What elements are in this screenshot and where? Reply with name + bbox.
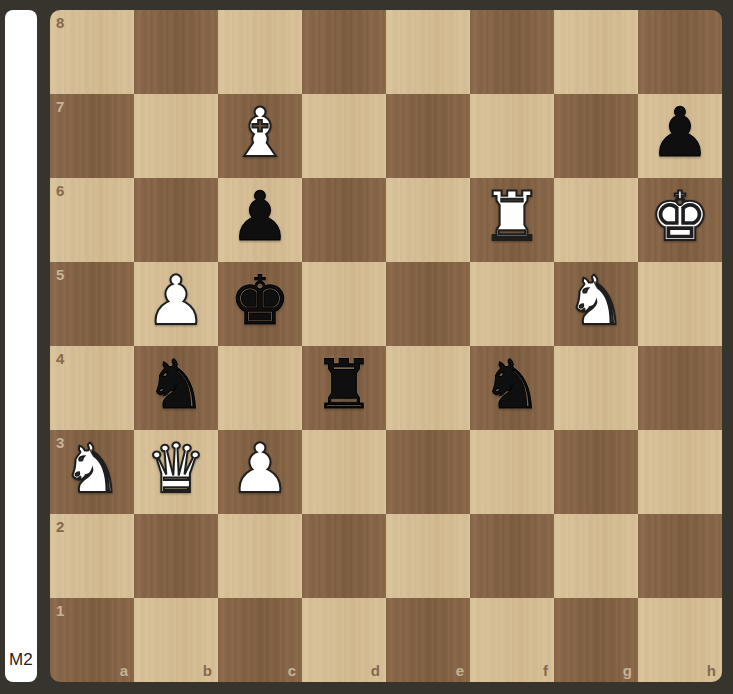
piece-white-queen[interactable]: ♛ [146, 427, 207, 511]
square-g7[interactable] [554, 94, 638, 178]
square-d7[interactable] [302, 94, 386, 178]
square-g3[interactable] [554, 430, 638, 514]
piece-white-pawn[interactable]: ♟ [230, 427, 291, 511]
square-a7[interactable]: 7 [50, 94, 134, 178]
square-c8[interactable] [218, 10, 302, 94]
square-c1[interactable]: c [218, 598, 302, 682]
square-a6[interactable]: 6 [50, 178, 134, 262]
square-d4[interactable]: ♜ [302, 346, 386, 430]
square-f8[interactable] [470, 10, 554, 94]
square-b5[interactable]: ♟ [134, 262, 218, 346]
piece-black-pawn[interactable]: ♟ [230, 175, 291, 259]
rank-label-2: 2 [56, 519, 64, 534]
square-b8[interactable] [134, 10, 218, 94]
rank-label-7: 7 [56, 99, 64, 114]
square-c7[interactable]: ♝ [218, 94, 302, 178]
square-f2[interactable] [470, 514, 554, 598]
square-e2[interactable] [386, 514, 470, 598]
square-h4[interactable] [638, 346, 722, 430]
square-d8[interactable] [302, 10, 386, 94]
square-a8[interactable]: 8 [50, 10, 134, 94]
square-d6[interactable] [302, 178, 386, 262]
square-g8[interactable] [554, 10, 638, 94]
square-h5[interactable] [638, 262, 722, 346]
square-d1[interactable]: d [302, 598, 386, 682]
square-f4[interactable]: ♞ [470, 346, 554, 430]
piece-black-king[interactable]: ♚ [230, 259, 291, 343]
piece-black-knight[interactable]: ♞ [146, 343, 207, 427]
square-b6[interactable] [134, 178, 218, 262]
square-h7[interactable]: ♟ [638, 94, 722, 178]
square-a4[interactable]: 4 [50, 346, 134, 430]
square-g1[interactable]: g [554, 598, 638, 682]
piece-white-bishop[interactable]: ♝ [230, 91, 291, 175]
square-a3[interactable]: 3♞ [50, 430, 134, 514]
square-a1[interactable]: 1a [50, 598, 134, 682]
square-d2[interactable] [302, 514, 386, 598]
square-e6[interactable] [386, 178, 470, 262]
piece-black-pawn[interactable]: ♟ [650, 91, 711, 175]
square-e4[interactable] [386, 346, 470, 430]
square-c5[interactable]: ♚ [218, 262, 302, 346]
square-c4[interactable] [218, 346, 302, 430]
piece-black-rook[interactable]: ♜ [314, 343, 375, 427]
square-g2[interactable] [554, 514, 638, 598]
rank-label-4: 4 [56, 351, 64, 366]
square-d3[interactable] [302, 430, 386, 514]
rank-label-6: 6 [56, 183, 64, 198]
square-b1[interactable]: b [134, 598, 218, 682]
file-label-g: g [623, 663, 632, 678]
square-h2[interactable] [638, 514, 722, 598]
square-b4[interactable]: ♞ [134, 346, 218, 430]
file-label-c: c [288, 663, 296, 678]
square-e3[interactable] [386, 430, 470, 514]
piece-white-knight[interactable]: ♞ [566, 259, 627, 343]
square-f5[interactable] [470, 262, 554, 346]
square-b7[interactable] [134, 94, 218, 178]
square-f7[interactable] [470, 94, 554, 178]
square-e7[interactable] [386, 94, 470, 178]
square-a2[interactable]: 2 [50, 514, 134, 598]
square-f6[interactable]: ♜ [470, 178, 554, 262]
piece-white-pawn[interactable]: ♟ [146, 259, 207, 343]
side-panel: M2 [5, 10, 37, 682]
square-c6[interactable]: ♟ [218, 178, 302, 262]
chess-board: 87♝♟6♟♜♚5♟♚♞4♞♜♞3♞♛♟21abcdefgh [50, 10, 722, 682]
piece-white-rook[interactable]: ♜ [482, 175, 543, 259]
file-label-b: b [203, 663, 212, 678]
square-g6[interactable] [554, 178, 638, 262]
square-g4[interactable] [554, 346, 638, 430]
square-c3[interactable]: ♟ [218, 430, 302, 514]
square-e5[interactable] [386, 262, 470, 346]
file-label-e: e [456, 663, 464, 678]
square-d5[interactable] [302, 262, 386, 346]
square-g5[interactable]: ♞ [554, 262, 638, 346]
square-h6[interactable]: ♚ [638, 178, 722, 262]
square-a5[interactable]: 5 [50, 262, 134, 346]
square-e1[interactable]: e [386, 598, 470, 682]
piece-white-king[interactable]: ♚ [650, 175, 711, 259]
square-h1[interactable]: h [638, 598, 722, 682]
mate-in-2-badge: M2 [9, 650, 33, 670]
file-label-a: a [120, 663, 128, 678]
piece-white-knight[interactable]: ♞ [62, 427, 123, 511]
square-h8[interactable] [638, 10, 722, 94]
square-b2[interactable] [134, 514, 218, 598]
file-label-h: h [707, 663, 716, 678]
file-label-f: f [543, 663, 548, 678]
rank-label-8: 8 [56, 15, 64, 30]
square-h3[interactable] [638, 430, 722, 514]
rank-label-5: 5 [56, 267, 64, 282]
square-f3[interactable] [470, 430, 554, 514]
piece-black-knight[interactable]: ♞ [482, 343, 543, 427]
file-label-d: d [371, 663, 380, 678]
rank-label-1: 1 [56, 603, 64, 618]
square-e8[interactable] [386, 10, 470, 94]
square-c2[interactable] [218, 514, 302, 598]
square-f1[interactable]: f [470, 598, 554, 682]
square-b3[interactable]: ♛ [134, 430, 218, 514]
